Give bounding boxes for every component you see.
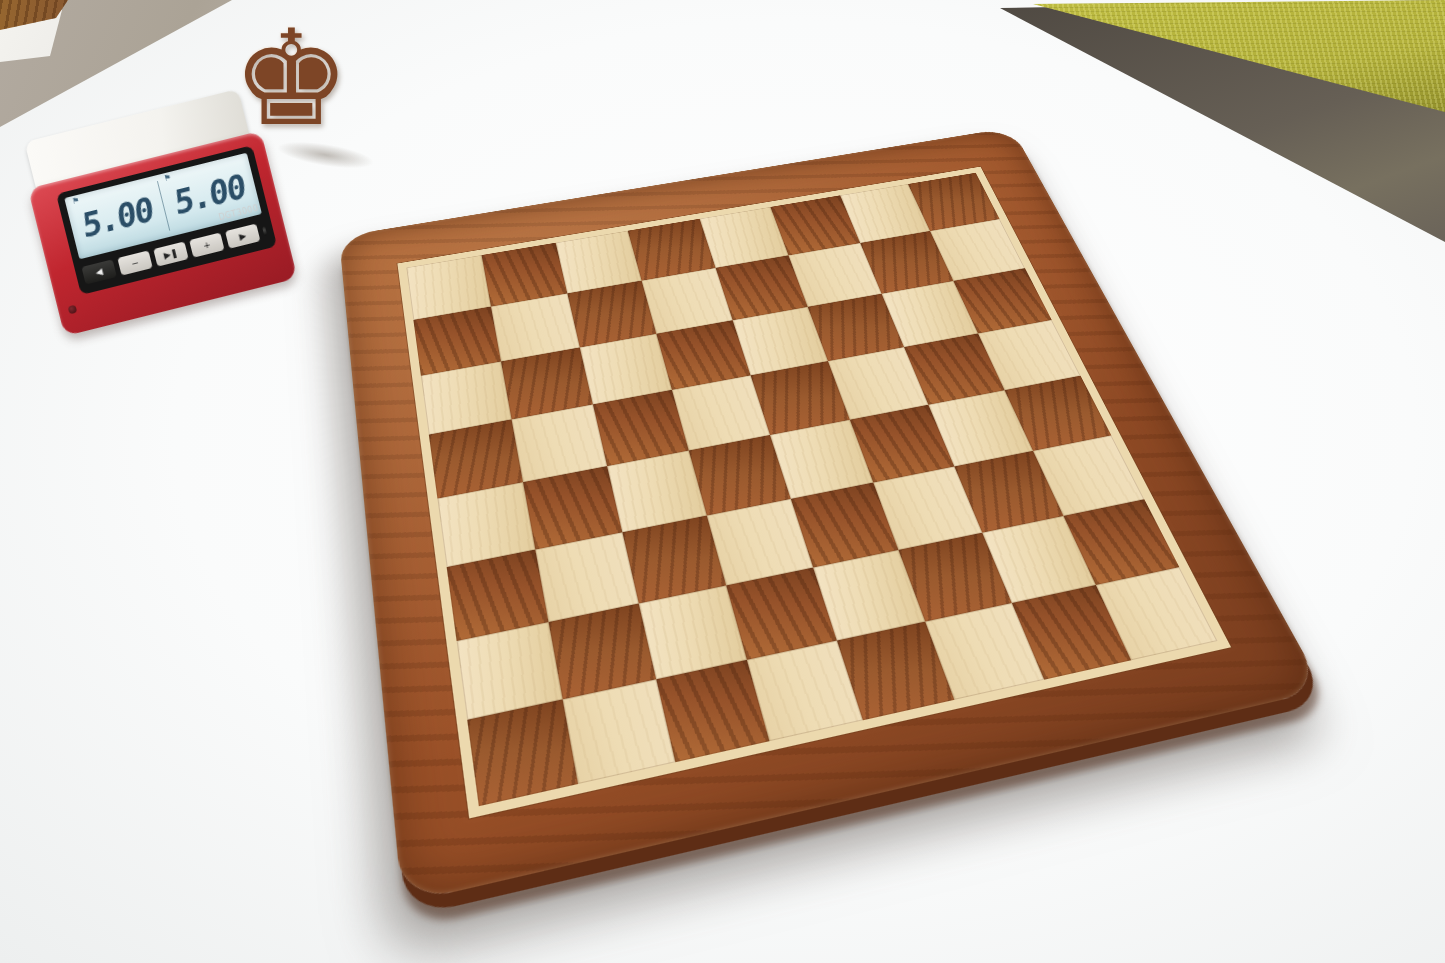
forward-button[interactable]: ▶ xyxy=(225,224,260,249)
minus-button[interactable]: − xyxy=(117,250,152,275)
screw-hole xyxy=(68,305,78,315)
board-grid xyxy=(406,173,1217,806)
board-maple-inlay-border xyxy=(397,167,1231,819)
chess-clock: ⚑ 5.00 ⚑ 5.00 DGT3000 ◀ − ▶❚ + ▶ xyxy=(17,86,299,343)
square-b1[interactable] xyxy=(562,680,674,784)
left-time: 5.00 xyxy=(81,189,154,245)
play-pause-button[interactable]: ▶❚ xyxy=(153,241,188,266)
plus-button[interactable]: + xyxy=(189,232,224,257)
board-frame xyxy=(339,127,1324,903)
flag-icon: ⚑ xyxy=(163,173,172,183)
square-a1[interactable] xyxy=(467,700,578,807)
product-photo-scene: ♚ ⚑ 5.00 ⚑ 5.00 DGT3000 ◀ xyxy=(0,0,1445,963)
flag-icon: ⚑ xyxy=(71,196,80,206)
chess-board xyxy=(339,127,1324,903)
power-button[interactable] xyxy=(262,226,267,235)
back-button[interactable]: ◀ xyxy=(81,259,116,284)
